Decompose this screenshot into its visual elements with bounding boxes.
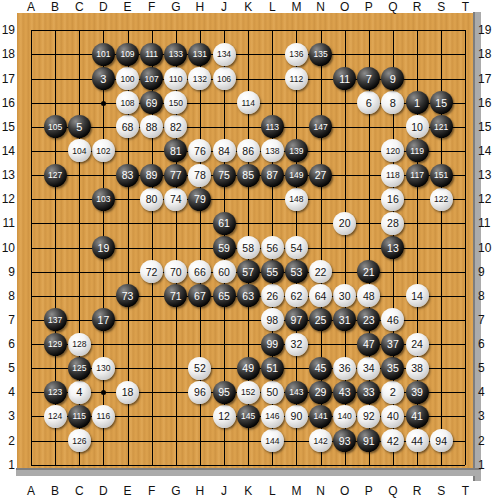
move-number: 109 — [120, 49, 134, 59]
stone-black-109[interactable]: 109 — [116, 43, 139, 66]
stone-white-30[interactable]: 30 — [333, 284, 356, 307]
stone-black-57[interactable]: 57 — [237, 260, 260, 283]
move-number: 36 — [339, 362, 351, 374]
stone-white-46[interactable]: 46 — [381, 308, 404, 331]
move-number: 112 — [290, 74, 304, 84]
stone-white-56[interactable]: 56 — [261, 236, 284, 259]
move-number: 128 — [72, 339, 86, 349]
move-number: 90 — [291, 410, 303, 422]
row-label-right: 8 — [478, 290, 494, 302]
move-number: 91 — [363, 435, 375, 447]
stone-white-96[interactable]: 96 — [188, 381, 211, 404]
stone-black-25[interactable]: 25 — [309, 308, 332, 331]
row-label-right: 4 — [478, 386, 494, 398]
move-number: 117 — [410, 170, 424, 180]
stone-white-130[interactable]: 130 — [92, 357, 115, 380]
stone-white-64[interactable]: 64 — [309, 284, 332, 307]
move-number: 135 — [314, 49, 328, 59]
stone-white-52[interactable]: 52 — [188, 357, 211, 380]
move-number: 25 — [315, 314, 327, 326]
stone-white-2[interactable]: 2 — [381, 381, 404, 404]
stone-black-21[interactable]: 21 — [357, 260, 380, 283]
column-label-bottom: P — [361, 485, 377, 497]
move-number: 72 — [146, 266, 158, 278]
stone-white-108[interactable]: 108 — [116, 91, 139, 114]
stone-black-23[interactable]: 23 — [357, 308, 380, 331]
stone-white-118[interactable]: 118 — [381, 164, 404, 187]
column-label-top: F — [144, 1, 160, 13]
row-label-left: 16 — [0, 97, 15, 109]
column-label-bottom: A — [23, 485, 39, 497]
stone-white-122[interactable]: 122 — [430, 188, 453, 211]
column-label-bottom: C — [71, 485, 87, 497]
stone-black-39[interactable]: 39 — [406, 381, 429, 404]
column-label-top: T — [457, 1, 473, 13]
stone-white-68[interactable]: 68 — [116, 115, 139, 138]
stone-white-38[interactable]: 38 — [406, 357, 429, 380]
move-number: 49 — [242, 362, 254, 374]
stone-black-131[interactable]: 131 — [188, 43, 211, 66]
stone-white-102[interactable]: 102 — [92, 139, 115, 162]
stone-white-142[interactable]: 142 — [309, 429, 332, 452]
stone-white-40[interactable]: 40 — [381, 405, 404, 428]
column-label-top: R — [409, 1, 425, 13]
goban[interactable]: 1234567891011121314151617181920212223242… — [17, 13, 473, 468]
move-number: 50 — [266, 386, 278, 398]
stone-white-4[interactable]: 4 — [68, 381, 91, 404]
stone-white-116[interactable]: 116 — [92, 405, 115, 428]
stone-white-18[interactable]: 18 — [116, 381, 139, 404]
star-point — [101, 101, 106, 106]
move-number: 101 — [96, 49, 110, 59]
stone-black-71[interactable]: 71 — [164, 284, 187, 307]
column-label-bottom: O — [337, 485, 353, 497]
move-number: 31 — [339, 314, 351, 326]
column-label-bottom: K — [240, 485, 256, 497]
move-number: 53 — [291, 266, 303, 278]
stone-black-143[interactable]: 143 — [285, 381, 308, 404]
move-number: 16 — [387, 193, 399, 205]
stone-black-137[interactable]: 137 — [44, 308, 67, 331]
move-number: 64 — [315, 290, 327, 302]
stone-black-81[interactable]: 81 — [164, 139, 187, 162]
row-label-right: 10 — [478, 242, 494, 254]
stone-white-86[interactable]: 86 — [237, 139, 260, 162]
stone-white-148[interactable]: 148 — [285, 188, 308, 211]
stone-black-11[interactable]: 11 — [333, 67, 356, 90]
stone-white-20[interactable]: 20 — [333, 212, 356, 235]
row-label-right: 1 — [478, 459, 494, 471]
move-number: 66 — [194, 266, 206, 278]
stone-white-80[interactable]: 80 — [140, 188, 163, 211]
stone-white-132[interactable]: 132 — [188, 67, 211, 90]
stone-white-60[interactable]: 60 — [213, 260, 236, 283]
stone-white-106[interactable]: 106 — [213, 67, 236, 90]
move-number: 151 — [434, 170, 448, 180]
move-number: 137 — [48, 315, 62, 325]
move-number: 34 — [363, 362, 375, 374]
column-label-top: C — [71, 1, 87, 13]
stone-black-125[interactable]: 125 — [68, 357, 91, 380]
stone-black-33[interactable]: 33 — [357, 381, 380, 404]
column-label-bottom: D — [95, 485, 111, 497]
stone-black-83[interactable]: 83 — [116, 164, 139, 187]
column-label-bottom: R — [409, 485, 425, 497]
move-number: 4 — [76, 386, 82, 398]
column-label-bottom: B — [47, 485, 63, 497]
stone-white-32[interactable]: 32 — [285, 333, 308, 356]
stone-black-55[interactable]: 55 — [261, 260, 284, 283]
row-label-right: 18 — [478, 48, 494, 60]
move-number: 89 — [146, 169, 158, 181]
stone-white-8[interactable]: 8 — [381, 91, 404, 114]
stone-white-50[interactable]: 50 — [261, 381, 284, 404]
move-number: 32 — [291, 338, 303, 350]
move-number: 146 — [265, 411, 279, 421]
stone-black-43[interactable]: 43 — [333, 381, 356, 404]
stone-black-13[interactable]: 13 — [381, 236, 404, 259]
stone-black-15[interactable]: 15 — [430, 91, 453, 114]
stone-black-77[interactable]: 77 — [164, 164, 187, 187]
stone-black-35[interactable]: 35 — [381, 357, 404, 380]
stone-black-141[interactable]: 141 — [309, 405, 332, 428]
column-label-bottom: J — [216, 485, 232, 497]
column-label-top: B — [47, 1, 63, 13]
move-number: 10 — [411, 121, 423, 133]
move-number: 141 — [314, 411, 328, 421]
stone-black-123[interactable]: 123 — [44, 381, 67, 404]
stone-black-101[interactable]: 101 — [92, 43, 115, 66]
move-number: 150 — [169, 98, 183, 108]
stone-black-89[interactable]: 89 — [140, 164, 163, 187]
stone-white-146[interactable]: 146 — [261, 405, 284, 428]
move-number: 85 — [242, 169, 254, 181]
stone-white-62[interactable]: 62 — [285, 284, 308, 307]
stone-black-97[interactable]: 97 — [285, 308, 308, 331]
move-number: 23 — [363, 314, 375, 326]
row-label-left: 9 — [0, 266, 15, 278]
stone-white-114[interactable]: 114 — [237, 91, 260, 114]
stone-white-36[interactable]: 36 — [333, 357, 356, 380]
move-number: 94 — [435, 435, 447, 447]
move-number: 44 — [411, 435, 423, 447]
stone-black-115[interactable]: 115 — [68, 405, 91, 428]
stone-black-69[interactable]: 69 — [140, 91, 163, 114]
stone-black-149[interactable]: 149 — [285, 164, 308, 187]
move-number: 132 — [193, 74, 207, 84]
move-number: 138 — [265, 146, 279, 156]
stone-black-145[interactable]: 145 — [237, 405, 260, 428]
stone-black-99[interactable]: 99 — [261, 333, 284, 356]
stone-white-126[interactable]: 126 — [68, 429, 91, 452]
move-number: 48 — [363, 290, 375, 302]
stone-black-1[interactable]: 1 — [406, 91, 429, 114]
stone-white-22[interactable]: 22 — [309, 260, 332, 283]
stone-black-147[interactable]: 147 — [309, 115, 332, 138]
stone-black-27[interactable]: 27 — [309, 164, 332, 187]
row-label-left: 13 — [0, 169, 15, 181]
move-number: 108 — [120, 98, 134, 108]
move-number: 129 — [48, 339, 62, 349]
move-number: 6 — [366, 97, 372, 109]
move-number: 110 — [169, 74, 183, 84]
stone-white-124[interactable]: 124 — [44, 405, 67, 428]
move-number: 147 — [314, 122, 328, 132]
move-number: 69 — [146, 97, 158, 109]
stone-black-107[interactable]: 107 — [140, 67, 163, 90]
stone-black-7[interactable]: 7 — [357, 67, 380, 90]
column-label-bottom: F — [144, 485, 160, 497]
row-label-left: 15 — [0, 121, 15, 133]
row-label-left: 17 — [0, 73, 15, 85]
move-number: 22 — [315, 266, 327, 278]
stone-black-5[interactable]: 5 — [68, 115, 91, 138]
row-label-left: 1 — [0, 459, 15, 471]
stone-white-42[interactable]: 42 — [381, 429, 404, 452]
move-number: 82 — [170, 121, 182, 133]
move-number: 57 — [242, 266, 254, 278]
stone-white-78[interactable]: 78 — [188, 164, 211, 187]
stone-white-104[interactable]: 104 — [68, 139, 91, 162]
stone-white-66[interactable]: 66 — [188, 260, 211, 283]
move-number: 21 — [363, 266, 375, 278]
move-number: 88 — [146, 121, 158, 133]
move-number: 96 — [194, 386, 206, 398]
move-number: 35 — [387, 362, 399, 374]
move-number: 41 — [411, 410, 423, 422]
move-number: 30 — [339, 290, 351, 302]
move-number: 38 — [411, 362, 423, 374]
move-number: 130 — [96, 363, 110, 373]
move-number: 144 — [265, 436, 279, 446]
stone-white-70[interactable]: 70 — [164, 260, 187, 283]
stone-white-26[interactable]: 26 — [261, 284, 284, 307]
column-label-bottom: M — [288, 485, 304, 497]
stone-black-111[interactable]: 111 — [140, 43, 163, 66]
row-label-left: 3 — [0, 410, 15, 422]
move-number: 140 — [338, 411, 352, 421]
stone-white-110[interactable]: 110 — [164, 67, 187, 90]
grid-line-v — [31, 30, 32, 464]
move-number: 17 — [98, 314, 110, 326]
move-number: 107 — [145, 74, 159, 84]
move-number: 45 — [315, 362, 327, 374]
stone-black-85[interactable]: 85 — [237, 164, 260, 187]
move-number: 115 — [73, 411, 87, 421]
row-label-right: 6 — [478, 338, 494, 350]
move-number: 9 — [390, 73, 396, 85]
column-label-top: N — [313, 1, 329, 13]
stone-black-63[interactable]: 63 — [237, 284, 260, 307]
column-label-bottom: G — [168, 485, 184, 497]
move-number: 81 — [170, 145, 182, 157]
row-label-right: 14 — [478, 145, 494, 157]
stone-black-113[interactable]: 113 — [261, 115, 284, 138]
stone-white-84[interactable]: 84 — [213, 139, 236, 162]
row-label-left: 4 — [0, 386, 15, 398]
move-number: 29 — [315, 386, 327, 398]
stone-white-44[interactable]: 44 — [406, 429, 429, 452]
stone-white-134[interactable]: 134 — [213, 43, 236, 66]
column-label-top: A — [23, 1, 39, 13]
stone-black-9[interactable]: 9 — [381, 67, 404, 90]
stone-white-34[interactable]: 34 — [357, 357, 380, 380]
stone-black-17[interactable]: 17 — [92, 308, 115, 331]
move-number: 119 — [410, 146, 424, 156]
stone-white-6[interactable]: 6 — [357, 91, 380, 114]
stone-white-74[interactable]: 74 — [164, 188, 187, 211]
stone-black-121[interactable]: 121 — [430, 115, 453, 138]
move-number: 67 — [194, 290, 206, 302]
stone-white-140[interactable]: 140 — [333, 405, 356, 428]
move-number: 59 — [218, 242, 230, 254]
stone-black-135[interactable]: 135 — [309, 43, 332, 66]
stone-white-54[interactable]: 54 — [285, 236, 308, 259]
row-label-left: 7 — [0, 314, 15, 326]
row-label-right: 15 — [478, 121, 494, 133]
move-number: 78 — [194, 169, 206, 181]
stone-black-65[interactable]: 65 — [213, 284, 236, 307]
stone-white-152[interactable]: 152 — [237, 381, 260, 404]
row-label-left: 5 — [0, 362, 15, 374]
stone-black-47[interactable]: 47 — [357, 333, 380, 356]
grid-line-v — [465, 30, 466, 464]
stone-black-151[interactable]: 151 — [430, 164, 453, 187]
column-label-top: G — [168, 1, 184, 13]
move-number: 68 — [122, 121, 134, 133]
stone-white-28[interactable]: 28 — [381, 212, 404, 235]
move-number: 1 — [414, 97, 420, 109]
move-number: 152 — [241, 387, 255, 397]
move-number: 2 — [390, 386, 396, 398]
stone-white-90[interactable]: 90 — [285, 405, 308, 428]
move-number: 80 — [146, 193, 158, 205]
stone-white-150[interactable]: 150 — [164, 91, 187, 114]
row-label-left: 14 — [0, 145, 15, 157]
row-label-left: 12 — [0, 193, 15, 205]
column-label-top: P — [361, 1, 377, 13]
stone-white-76[interactable]: 76 — [188, 139, 211, 162]
row-label-right: 12 — [478, 193, 494, 205]
stone-white-16[interactable]: 16 — [381, 188, 404, 211]
move-number: 143 — [289, 387, 303, 397]
move-number: 7 — [366, 73, 372, 85]
move-number: 84 — [218, 145, 230, 157]
row-label-right: 7 — [478, 314, 494, 326]
stone-white-128[interactable]: 128 — [68, 333, 91, 356]
stone-white-82[interactable]: 82 — [164, 115, 187, 138]
stone-black-49[interactable]: 49 — [237, 357, 260, 380]
star-point — [101, 390, 106, 395]
row-label-left: 10 — [0, 242, 15, 254]
stone-white-112[interactable]: 112 — [285, 67, 308, 90]
move-number: 125 — [72, 363, 86, 373]
stone-black-37[interactable]: 37 — [381, 333, 404, 356]
stone-black-117[interactable]: 117 — [406, 164, 429, 187]
column-label-top: S — [433, 1, 449, 13]
move-number: 77 — [170, 169, 182, 181]
row-label-left: 6 — [0, 338, 15, 350]
move-number: 145 — [241, 411, 255, 421]
stone-white-120[interactable]: 120 — [381, 139, 404, 162]
move-number: 51 — [266, 362, 278, 374]
stone-black-119[interactable]: 119 — [406, 139, 429, 162]
stone-white-144[interactable]: 144 — [261, 429, 284, 452]
stone-black-95[interactable]: 95 — [213, 381, 236, 404]
stone-black-79[interactable]: 79 — [188, 188, 211, 211]
row-label-right: 19 — [478, 24, 494, 36]
stone-white-88[interactable]: 88 — [140, 115, 163, 138]
stone-black-45[interactable]: 45 — [309, 357, 332, 380]
column-label-top: E — [120, 1, 136, 13]
move-number: 24 — [411, 338, 423, 350]
stone-white-48[interactable]: 48 — [357, 284, 380, 307]
column-label-top: O — [337, 1, 353, 13]
move-number: 54 — [291, 242, 303, 254]
stone-black-41[interactable]: 41 — [406, 405, 429, 428]
stone-white-136[interactable]: 136 — [285, 43, 308, 66]
stone-white-24[interactable]: 24 — [406, 333, 429, 356]
stone-white-92[interactable]: 92 — [357, 405, 380, 428]
move-number: 83 — [122, 169, 134, 181]
stone-black-139[interactable]: 139 — [285, 139, 308, 162]
move-number: 20 — [339, 217, 351, 229]
stone-white-10[interactable]: 10 — [406, 115, 429, 138]
stone-black-127[interactable]: 127 — [44, 164, 67, 187]
row-label-left: 19 — [0, 24, 15, 36]
move-number: 27 — [315, 169, 327, 181]
column-label-top: Q — [385, 1, 401, 13]
move-number: 62 — [291, 290, 303, 302]
stone-black-53[interactable]: 53 — [285, 260, 308, 283]
stone-white-72[interactable]: 72 — [140, 260, 163, 283]
stone-black-133[interactable]: 133 — [164, 43, 187, 66]
stone-white-12[interactable]: 12 — [213, 405, 236, 428]
move-number: 56 — [266, 242, 278, 254]
stone-black-105[interactable]: 105 — [44, 115, 67, 138]
stone-black-29[interactable]: 29 — [309, 381, 332, 404]
move-number: 105 — [48, 122, 62, 132]
row-label-right: 9 — [478, 266, 494, 278]
stone-white-58[interactable]: 58 — [237, 236, 260, 259]
stone-black-73[interactable]: 73 — [116, 284, 139, 307]
stone-black-51[interactable]: 51 — [261, 357, 284, 380]
stone-black-61[interactable]: 61 — [213, 212, 236, 235]
stone-black-19[interactable]: 19 — [92, 236, 115, 259]
move-number: 13 — [387, 242, 399, 254]
column-label-top: M — [288, 1, 304, 13]
stone-black-75[interactable]: 75 — [213, 164, 236, 187]
stone-white-14[interactable]: 14 — [406, 284, 429, 307]
stone-white-94[interactable]: 94 — [430, 429, 453, 452]
stone-white-138[interactable]: 138 — [261, 139, 284, 162]
move-number: 70 — [170, 266, 182, 278]
stone-black-3[interactable]: 3 — [92, 67, 115, 90]
stone-black-87[interactable]: 87 — [261, 164, 284, 187]
stone-black-59[interactable]: 59 — [213, 236, 236, 259]
stone-black-93[interactable]: 93 — [333, 429, 356, 452]
stone-black-91[interactable]: 91 — [357, 429, 380, 452]
stone-white-98[interactable]: 98 — [261, 308, 284, 331]
stone-black-31[interactable]: 31 — [333, 308, 356, 331]
move-number: 103 — [96, 194, 110, 204]
stone-black-129[interactable]: 129 — [44, 333, 67, 356]
move-number: 74 — [170, 193, 182, 205]
stone-black-67[interactable]: 67 — [188, 284, 211, 307]
stone-white-100[interactable]: 100 — [116, 67, 139, 90]
stone-black-103[interactable]: 103 — [92, 188, 115, 211]
row-label-left: 11 — [0, 217, 15, 229]
